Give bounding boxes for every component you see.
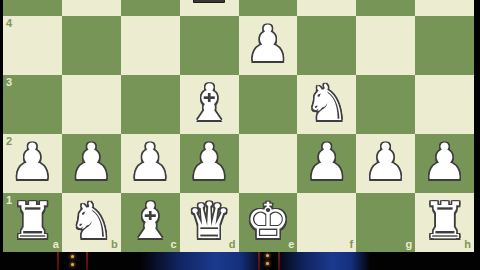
red-light-line-4: [278, 252, 280, 270]
square-g4[interactable]: [356, 16, 415, 75]
video-frame: ♟4♟3♝♞2♟♟♟♟♟♟♟1a♜b♞c♝d♛e♚fgh♜: [0, 0, 480, 270]
square-f4[interactable]: [297, 16, 356, 75]
square-g1[interactable]: g: [356, 193, 415, 252]
piece-white-pawn-b2[interactable]: ♟: [69, 137, 114, 187]
ember-dot-1: [71, 255, 74, 258]
background-video-strip: [0, 252, 480, 270]
square-f5[interactable]: [297, 0, 356, 16]
square-e4[interactable]: ♟: [239, 16, 298, 75]
square-a2[interactable]: 2♟: [3, 134, 62, 193]
square-c3[interactable]: [121, 75, 180, 134]
piece-white-pawn-a2[interactable]: ♟: [10, 137, 55, 187]
file-label-f: f: [350, 239, 354, 250]
square-g2[interactable]: ♟: [356, 134, 415, 193]
piece-white-pawn-e4[interactable]: ♟: [246, 19, 291, 69]
piece-white-pawn-c2[interactable]: ♟: [128, 137, 173, 187]
ember-dot-2: [71, 263, 74, 266]
square-h1[interactable]: h♜: [415, 193, 474, 252]
square-b1[interactable]: b♞: [62, 193, 121, 252]
piece-black-pawn-d5[interactable]: ♟: [187, 0, 232, 10]
square-g5[interactable]: [356, 0, 415, 16]
square-h3[interactable]: [415, 75, 474, 134]
file-label-g: g: [405, 239, 412, 250]
square-e3[interactable]: [239, 75, 298, 134]
piece-white-rook-h1[interactable]: ♜: [422, 196, 467, 246]
board-viewport: ♟4♟3♝♞2♟♟♟♟♟♟♟1a♜b♞c♝d♛e♚fgh♜: [3, 0, 474, 252]
piece-white-knight-b1[interactable]: ♞: [69, 196, 114, 246]
piece-white-queen-d1[interactable]: ♛: [187, 196, 232, 246]
square-g3[interactable]: [356, 75, 415, 134]
rank-label-3: 3: [6, 77, 12, 88]
piece-white-pawn-h2[interactable]: ♟: [422, 137, 467, 187]
square-h4[interactable]: [415, 16, 474, 75]
piece-white-king-e1[interactable]: ♚: [246, 196, 291, 246]
red-light-line-1: [57, 252, 59, 270]
ember-dot-3: [266, 254, 269, 257]
chess-board[interactable]: ♟4♟3♝♞2♟♟♟♟♟♟♟1a♜b♞c♝d♛e♚fgh♜: [3, 0, 474, 252]
square-f2[interactable]: ♟: [297, 134, 356, 193]
piece-white-rook-a1[interactable]: ♜: [10, 196, 55, 246]
ember-dot-4: [266, 262, 269, 265]
red-light-line-2: [86, 252, 88, 270]
piece-white-bishop-d3[interactable]: ♝: [187, 78, 232, 128]
square-f1[interactable]: f: [297, 193, 356, 252]
piece-white-knight-f3[interactable]: ♞: [304, 78, 349, 128]
red-light-line-3: [258, 252, 260, 270]
square-a4[interactable]: 4: [3, 16, 62, 75]
blue-light-glow-2: [275, 252, 370, 270]
square-b5[interactable]: [62, 0, 121, 16]
square-c2[interactable]: ♟: [121, 134, 180, 193]
square-h5[interactable]: [415, 0, 474, 16]
square-e2[interactable]: [239, 134, 298, 193]
square-a1[interactable]: 1a♜: [3, 193, 62, 252]
square-d1[interactable]: d♛: [180, 193, 239, 252]
square-c5[interactable]: [121, 0, 180, 16]
square-a3[interactable]: 3: [3, 75, 62, 134]
piece-white-pawn-f2[interactable]: ♟: [304, 137, 349, 187]
square-c4[interactable]: [121, 16, 180, 75]
square-h2[interactable]: ♟: [415, 134, 474, 193]
blue-light-glow-1: [140, 252, 265, 270]
square-b3[interactable]: [62, 75, 121, 134]
square-e1[interactable]: e♚: [239, 193, 298, 252]
square-d2[interactable]: ♟: [180, 134, 239, 193]
rank-label-4: 4: [6, 18, 12, 29]
square-b2[interactable]: ♟: [62, 134, 121, 193]
square-b4[interactable]: [62, 16, 121, 75]
square-f3[interactable]: ♞: [297, 75, 356, 134]
square-c1[interactable]: c♝: [121, 193, 180, 252]
square-a5[interactable]: [3, 0, 62, 16]
piece-white-pawn-d2[interactable]: ♟: [187, 137, 232, 187]
square-d3[interactable]: ♝: [180, 75, 239, 134]
piece-white-pawn-g2[interactable]: ♟: [363, 137, 408, 187]
square-d5[interactable]: ♟: [180, 0, 239, 16]
square-d4[interactable]: [180, 16, 239, 75]
piece-white-bishop-c1[interactable]: ♝: [128, 196, 173, 246]
